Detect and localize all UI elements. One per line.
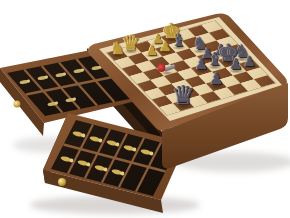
chess-box-scene [0,0,290,218]
drawer-lower-knob[interactable] [58,178,66,186]
drawer-upper-knob[interactable] [14,101,21,108]
chess-set-photo: ♞♛♟♚♟♟♝♞♟♟♟♝♚♞♟♟♟♛ [0,0,290,218]
